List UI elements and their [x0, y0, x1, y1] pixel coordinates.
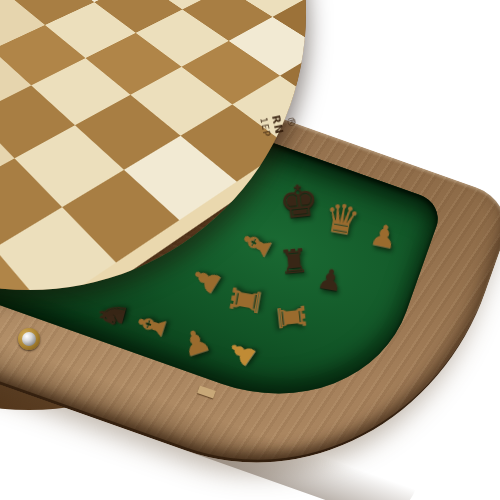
ball-catch — [18, 328, 40, 350]
product-photo-scene: ♚♛♟♝♜♟♟♜♜♞♝♟♟ ® RN 1EP — [0, 0, 500, 500]
registered-trademark-icon: ® — [284, 115, 299, 128]
ball-bearing-icon — [22, 332, 36, 346]
